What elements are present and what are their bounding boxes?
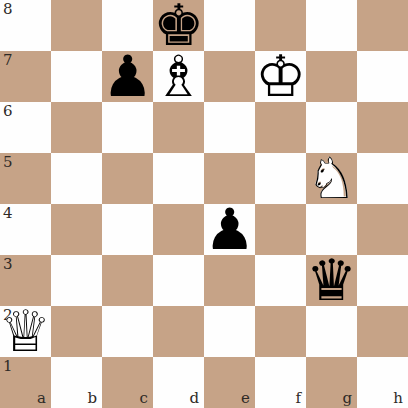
piece-white-knight[interactable]: ♞♘ [306,153,357,204]
square-f7[interactable]: ♚♔ [255,51,306,102]
file-label-f: f [295,391,301,406]
piece-glyph: ♟︎ [204,204,255,255]
rank-label-4: 4 [3,206,13,221]
square-a3[interactable]: 3 [0,255,51,306]
square-h3[interactable] [357,255,408,306]
piece-black-queen[interactable]: ♛ [306,255,357,306]
square-b2[interactable] [51,306,102,357]
square-g1[interactable]: g [306,357,357,408]
square-e7[interactable] [204,51,255,102]
rank-label-3: 3 [3,257,13,272]
square-f1[interactable]: f [255,357,306,408]
square-h2[interactable] [357,306,408,357]
square-a7[interactable]: 7 [0,51,51,102]
square-f2[interactable] [255,306,306,357]
square-a6[interactable]: 6 [0,102,51,153]
piece-fill-glyph: ♚ [255,51,306,102]
square-d1[interactable]: d [153,357,204,408]
square-a1[interactable]: 1a [0,357,51,408]
piece-white-bishop[interactable]: ♝♗ [153,51,204,102]
piece-outline-glyph: ♘ [306,153,357,204]
square-b1[interactable]: b [51,357,102,408]
square-g6[interactable] [306,102,357,153]
piece-outline-glyph: ♗ [153,51,204,102]
square-g2[interactable] [306,306,357,357]
file-label-d: d [189,391,199,406]
piece-fill-glyph: ♛ [0,306,51,357]
piece-white-king[interactable]: ♚♔ [255,51,306,102]
square-e2[interactable] [204,306,255,357]
piece-outline-glyph: ♕ [0,306,51,357]
square-a2[interactable]: 2♛♕ [0,306,51,357]
square-b8[interactable] [51,0,102,51]
file-label-c: c [140,391,148,406]
piece-fill-glyph: ♞ [306,153,357,204]
piece-black-pawn[interactable]: ♟︎ [204,204,255,255]
piece-fill-glyph: ♝ [153,51,204,102]
square-a8[interactable]: 8 [0,0,51,51]
square-e5[interactable] [204,153,255,204]
square-c5[interactable] [102,153,153,204]
rank-label-6: 6 [3,104,13,119]
square-h4[interactable] [357,204,408,255]
square-c3[interactable] [102,255,153,306]
square-h5[interactable] [357,153,408,204]
square-f8[interactable] [255,0,306,51]
square-g8[interactable] [306,0,357,51]
piece-black-king[interactable]: ♚ [153,0,204,51]
square-d3[interactable] [153,255,204,306]
file-label-a: a [37,391,46,406]
square-d8[interactable]: ♚ [153,0,204,51]
rank-label-5: 5 [3,155,13,170]
square-f3[interactable] [255,255,306,306]
square-e1[interactable]: e [204,357,255,408]
square-d2[interactable] [153,306,204,357]
piece-glyph: ♟︎ [102,51,153,102]
rank-label-8: 8 [3,2,13,17]
square-a5[interactable]: 5 [0,153,51,204]
square-f4[interactable] [255,204,306,255]
square-h7[interactable] [357,51,408,102]
square-d4[interactable] [153,204,204,255]
square-e6[interactable] [204,102,255,153]
square-b6[interactable] [51,102,102,153]
piece-outline-glyph: ♔ [255,51,306,102]
file-label-b: b [87,391,97,406]
square-d5[interactable] [153,153,204,204]
square-h1[interactable]: h [357,357,408,408]
square-g4[interactable] [306,204,357,255]
square-h6[interactable] [357,102,408,153]
square-e8[interactable] [204,0,255,51]
square-a4[interactable]: 4 [0,204,51,255]
square-g7[interactable] [306,51,357,102]
square-d6[interactable] [153,102,204,153]
square-c8[interactable] [102,0,153,51]
square-b7[interactable] [51,51,102,102]
square-e4[interactable]: ♟︎ [204,204,255,255]
square-g5[interactable]: ♞♘ [306,153,357,204]
square-f6[interactable] [255,102,306,153]
square-h8[interactable] [357,0,408,51]
rank-label-1: 1 [3,359,13,374]
square-b5[interactable] [51,153,102,204]
square-c6[interactable] [102,102,153,153]
piece-white-queen[interactable]: ♛♕ [0,306,51,357]
square-c4[interactable] [102,204,153,255]
file-label-h: h [393,391,403,406]
piece-glyph: ♛ [306,255,357,306]
square-c1[interactable]: c [102,357,153,408]
square-f5[interactable] [255,153,306,204]
rank-label-7: 7 [3,53,13,68]
square-e3[interactable] [204,255,255,306]
square-d7[interactable]: ♝♗ [153,51,204,102]
square-g3[interactable]: ♛ [306,255,357,306]
chess-board: 8♚7♟︎♝♗♚♔65♞♘4♟︎3♛2♛♕1abcdefgh [0,0,408,408]
file-label-g: g [342,391,352,406]
piece-glyph: ♚ [153,0,204,51]
square-c2[interactable] [102,306,153,357]
file-label-e: e [241,391,250,406]
square-c7[interactable]: ♟︎ [102,51,153,102]
square-b3[interactable] [51,255,102,306]
square-b4[interactable] [51,204,102,255]
piece-black-pawn[interactable]: ♟︎ [102,51,153,102]
